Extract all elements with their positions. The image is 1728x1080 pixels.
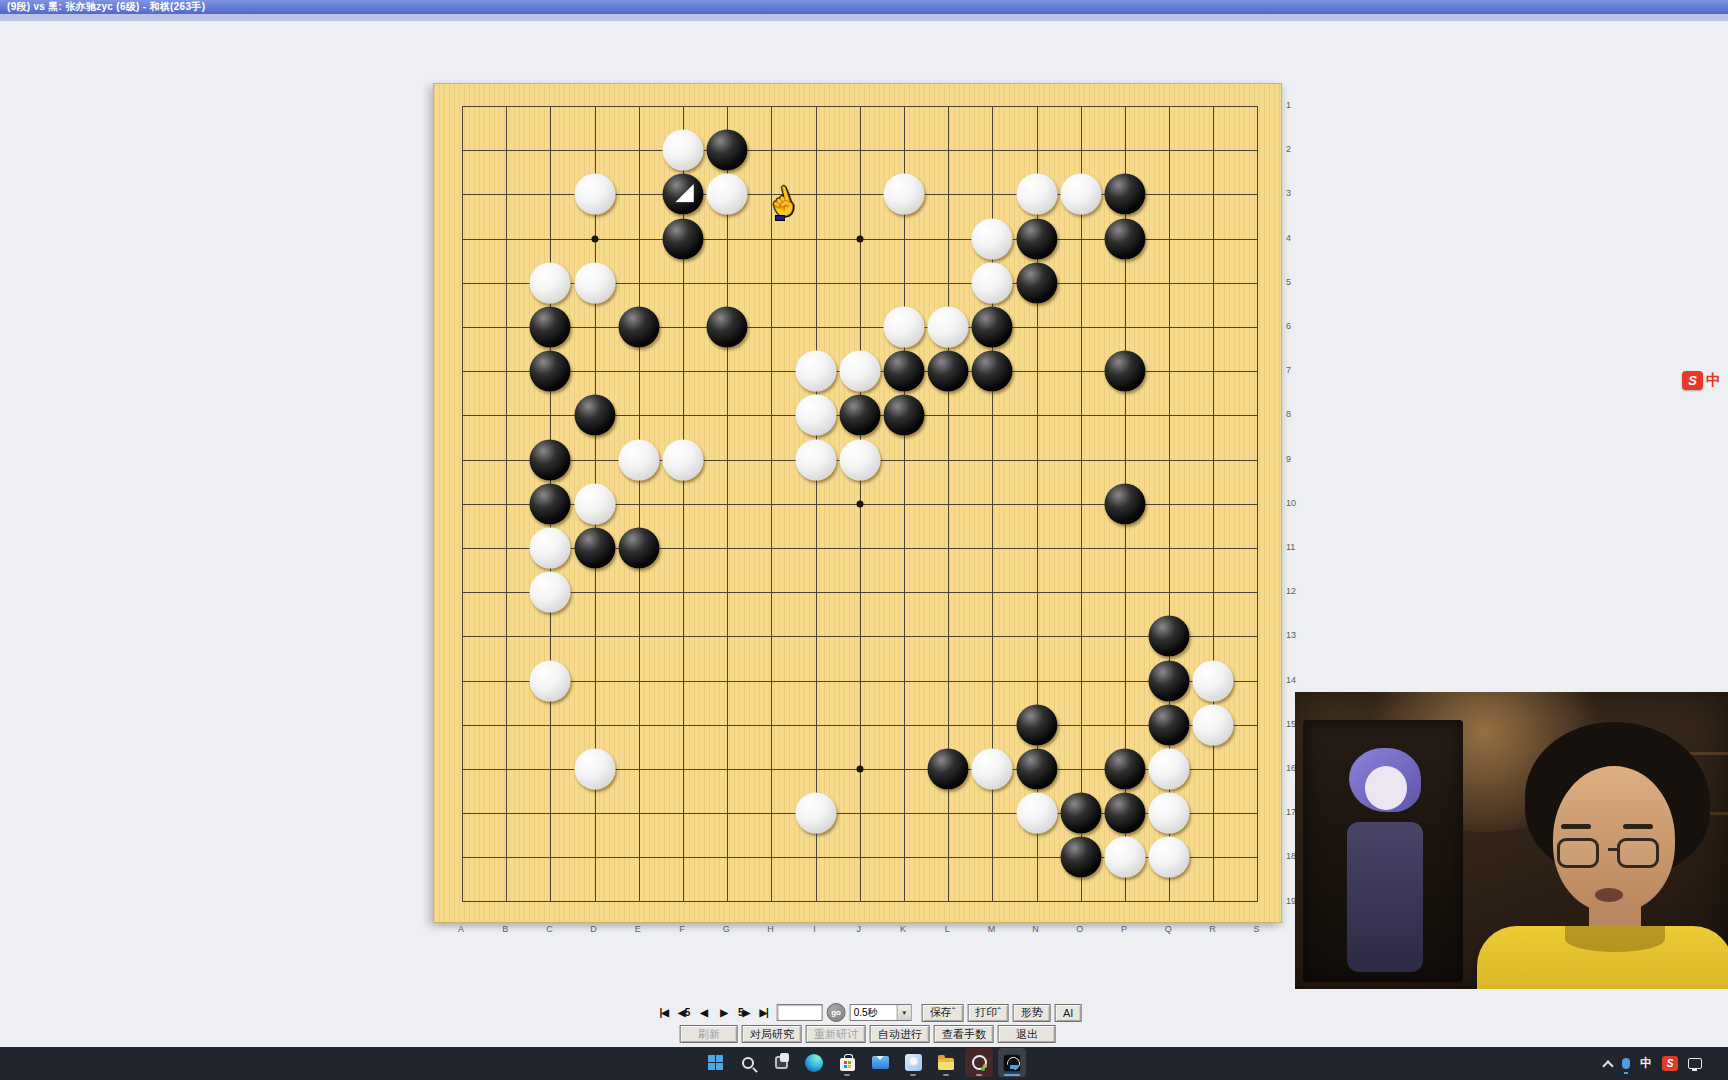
taskbar-icon-search[interactable] (734, 1048, 762, 1077)
row-label-13: 13 (1286, 630, 1304, 641)
redapp-icon (972, 1055, 987, 1070)
black-stone-P10[interactable] (1105, 483, 1146, 524)
black-stone-G2[interactable] (707, 130, 748, 171)
white-stone-Q16[interactable] (1149, 749, 1190, 790)
button-退出[interactable]: 退出 (998, 1025, 1056, 1043)
column-label-Q: Q (1160, 924, 1176, 935)
black-stone-Q14[interactable] (1149, 660, 1190, 701)
glasses-bridge (1608, 848, 1620, 851)
taskbar-icon-folder[interactable] (932, 1048, 960, 1077)
row-label-8: 8 (1286, 409, 1304, 420)
button-AI[interactable]: AI (1055, 1004, 1081, 1022)
black-stone-M7[interactable] (972, 351, 1013, 392)
white-stone-I17[interactable] (795, 793, 836, 834)
tray-microphone[interactable] (1622, 1058, 1630, 1069)
row-label-14: 14 (1286, 675, 1304, 686)
edge-icon (805, 1054, 823, 1072)
streamer-mouth (1595, 888, 1623, 902)
white-stone-L6[interactable] (928, 307, 969, 348)
black-stone-N15[interactable] (1016, 704, 1057, 745)
black-stone-L7[interactable] (928, 351, 969, 392)
title-bar-lower-edge (0, 14, 1728, 21)
nav-button-1[interactable]: ◀5 (675, 1005, 693, 1021)
anime-figure-body (1347, 822, 1423, 972)
store-icon (840, 1058, 855, 1071)
screen: (9段) vs 黑: 张亦驰zyc (6级) - 和棋(263手) ABCDEF… (0, 0, 1728, 1080)
row-label-3: 3 (1286, 188, 1304, 199)
tray-ime-chinese[interactable]: 中 (1640, 1055, 1652, 1072)
running-indicator (976, 1074, 982, 1076)
black-stone-F4[interactable] (663, 218, 704, 259)
control-bar: |◀◀5◀▶5▶▶| go 0.5秒 ▼ 保存ˆ打印ˆ形势AI 刷新对局研究重新… (655, 1003, 1082, 1043)
column-label-M: M (983, 924, 999, 935)
column-label-I: I (807, 924, 823, 935)
white-stone-D3[interactable] (574, 174, 615, 215)
white-stone-J9[interactable] (839, 439, 880, 480)
white-stone-I9[interactable] (795, 439, 836, 480)
button-自动进行[interactable]: 自动进行 (870, 1025, 930, 1043)
button-打印ˆ[interactable]: 打印ˆ (967, 1004, 1009, 1022)
webcam-overlay (1295, 692, 1728, 989)
row-label-2: 2 (1286, 144, 1304, 155)
glasses-lens (1617, 838, 1659, 868)
white-stone-F9[interactable] (663, 439, 704, 480)
go-board-grid[interactable] (462, 106, 1258, 902)
taskbar-icon-redapp[interactable] (965, 1048, 993, 1077)
taskbar: 中S (0, 1047, 1728, 1080)
black-stone-J8[interactable] (839, 395, 880, 436)
tray-sogou[interactable]: S (1662, 1056, 1678, 1071)
button-刷新[interactable]: 刷新 (680, 1025, 738, 1043)
white-stone-P18[interactable] (1105, 837, 1146, 878)
tray-cast-monitor[interactable] (1688, 1058, 1702, 1069)
white-stone-K3[interactable] (884, 174, 925, 215)
white-stone-F2[interactable] (663, 130, 704, 171)
row-label-1: 1 (1286, 100, 1304, 111)
running-indicator (1004, 1074, 1020, 1076)
star-point (856, 235, 863, 242)
taskbar-icon-mail[interactable] (866, 1048, 894, 1077)
black-stone-P16[interactable] (1105, 749, 1146, 790)
column-label-A: A (453, 924, 469, 935)
black-stone-F3[interactable] (663, 174, 704, 215)
running-indicator (943, 1074, 949, 1076)
black-stone-D8[interactable] (574, 395, 615, 436)
black-stone-E6[interactable] (618, 307, 659, 348)
sogou-logo-icon[interactable]: S (1682, 371, 1703, 390)
white-stone-G3[interactable] (707, 174, 748, 215)
row-label-11: 11 (1286, 542, 1304, 553)
black-stone-K7[interactable] (884, 351, 925, 392)
white-stone-C5[interactable] (530, 262, 571, 303)
star-point (856, 766, 863, 773)
black-stone-C7[interactable] (530, 351, 571, 392)
column-label-J: J (851, 924, 867, 935)
button-保存ˆ[interactable]: 保存ˆ (922, 1004, 964, 1022)
black-stone-O17[interactable] (1060, 793, 1101, 834)
window-title: (9段) vs 黑: 张亦驰zyc (6级) - 和棋(263手) (0, 0, 205, 14)
nav-button-5[interactable]: ▶| (755, 1005, 773, 1021)
white-stone-M16[interactable] (972, 749, 1013, 790)
white-stone-Q17[interactable] (1149, 793, 1190, 834)
white-stone-K6[interactable] (884, 307, 925, 348)
streamer-eyebrow (1623, 824, 1653, 829)
control-row-1: |◀◀5◀▶5▶▶| go 0.5秒 ▼ 保存ˆ打印ˆ形势AI (655, 1003, 1082, 1022)
sogou-ime-badge[interactable]: S 中 (1682, 371, 1721, 390)
black-stone-D11[interactable] (574, 528, 615, 569)
go-board[interactable] (433, 83, 1282, 923)
row-label-7: 7 (1286, 365, 1304, 376)
last-move-marker (674, 182, 696, 204)
taskview-icon (775, 1056, 788, 1069)
white-stone-C12[interactable] (530, 572, 571, 613)
button-形势[interactable]: 形势 (1013, 1004, 1051, 1022)
go-button[interactable]: go (827, 1003, 846, 1022)
start-icon (708, 1055, 723, 1070)
delay-select-value: 0.5秒 (851, 1006, 897, 1020)
white-stone-N17[interactable] (1016, 793, 1057, 834)
black-stone-C10[interactable] (530, 483, 571, 524)
window-title-bar[interactable]: (9段) vs 黑: 张亦驰zyc (6级) - 和棋(263手) (0, 0, 1728, 14)
column-label-E: E (630, 924, 646, 935)
control-row-2: 刷新对局研究重新研讨自动进行查看手数退出 (680, 1025, 1056, 1043)
anime-icon (905, 1054, 922, 1071)
running-indicator (844, 1074, 850, 1076)
goapp-icon (1003, 1054, 1021, 1072)
white-stone-J7[interactable] (839, 351, 880, 392)
black-stone-K8[interactable] (884, 395, 925, 436)
black-stone-P17[interactable] (1105, 793, 1146, 834)
star-point (856, 500, 863, 507)
column-label-G: G (718, 924, 734, 935)
black-stone-Q13[interactable] (1149, 616, 1190, 657)
taskbar-icon-start[interactable] (701, 1048, 729, 1077)
white-stone-I8[interactable] (795, 395, 836, 436)
anime-figure-face (1365, 766, 1407, 810)
white-stone-D5[interactable] (574, 262, 615, 303)
button-对局研究[interactable]: 对局研究 (742, 1025, 802, 1043)
button-重新研讨[interactable]: 重新研讨 (806, 1025, 866, 1043)
taskbar-center-icons (701, 1048, 1026, 1077)
button-查看手数[interactable]: 查看手数 (934, 1025, 994, 1043)
nav-button-2[interactable]: ◀ (695, 1005, 713, 1021)
delay-select[interactable]: 0.5秒 ▼ (850, 1004, 912, 1021)
black-stone-N4[interactable] (1016, 218, 1057, 259)
nav-button-4[interactable]: 5▶ (735, 1005, 753, 1021)
black-stone-P3[interactable] (1105, 174, 1146, 215)
white-stone-M4[interactable] (972, 218, 1013, 259)
black-stone-C6[interactable] (530, 307, 571, 348)
row-label-4: 4 (1286, 233, 1304, 244)
black-stone-O18[interactable] (1060, 837, 1101, 878)
white-stone-D16[interactable] (574, 749, 615, 790)
taskbar-system-tray: 中S (1604, 1047, 1702, 1080)
webcam-side-monitor (1303, 720, 1463, 982)
column-label-K: K (895, 924, 911, 935)
white-stone-C14[interactable] (530, 660, 571, 701)
black-stone-M6[interactable] (972, 307, 1013, 348)
column-label-N: N (1028, 924, 1044, 935)
white-stone-M5[interactable] (972, 262, 1013, 303)
taskbar-icon-anime[interactable] (899, 1048, 927, 1077)
taskbar-icon-edge[interactable] (800, 1048, 828, 1077)
column-label-F: F (674, 924, 690, 935)
taskbar-icon-store[interactable] (833, 1048, 861, 1077)
streamer-eyebrow (1561, 824, 1591, 829)
white-stone-O3[interactable] (1060, 174, 1101, 215)
column-label-L: L (939, 924, 955, 935)
column-label-P: P (1116, 924, 1132, 935)
white-stone-R14[interactable] (1193, 660, 1234, 701)
column-label-O: O (1072, 924, 1088, 935)
black-stone-P7[interactable] (1105, 351, 1146, 392)
black-stone-N16[interactable] (1016, 749, 1057, 790)
taskbar-icon-taskview[interactable] (767, 1048, 795, 1077)
white-stone-I7[interactable] (795, 351, 836, 392)
column-label-D: D (586, 924, 602, 935)
black-stone-P4[interactable] (1105, 218, 1146, 259)
glasses-lens (1557, 838, 1599, 868)
running-indicator (910, 1074, 916, 1076)
ime-chinese-indicator: 中 (1706, 371, 1721, 390)
row-label-10: 10 (1286, 498, 1304, 509)
white-stone-E9[interactable] (618, 439, 659, 480)
white-stone-Q18[interactable] (1149, 837, 1190, 878)
black-stone-C9[interactable] (530, 439, 571, 480)
black-stone-L16[interactable] (928, 749, 969, 790)
white-stone-D10[interactable] (574, 483, 615, 524)
black-stone-G6[interactable] (707, 307, 748, 348)
column-label-S: S (1249, 924, 1265, 935)
white-stone-C11[interactable] (530, 528, 571, 569)
column-label-C: C (541, 924, 557, 935)
search-icon (742, 1057, 754, 1069)
black-stone-Q15[interactable] (1149, 704, 1190, 745)
chevron-down-icon[interactable]: ▼ (897, 1005, 911, 1020)
row-label-6: 6 (1286, 321, 1304, 332)
white-stone-R15[interactable] (1193, 704, 1234, 745)
black-stone-E11[interactable] (618, 528, 659, 569)
move-number-input[interactable] (777, 1004, 823, 1021)
nav-button-0[interactable]: |◀ (655, 1005, 673, 1021)
white-stone-N3[interactable] (1016, 174, 1057, 215)
star-point (591, 235, 598, 242)
black-stone-N5[interactable] (1016, 262, 1057, 303)
row-label-12: 12 (1286, 586, 1304, 597)
row-label-5: 5 (1286, 277, 1304, 288)
hoodie-collar-shadow (1565, 926, 1665, 952)
taskbar-icon-goapp[interactable] (998, 1048, 1026, 1077)
nav-button-3[interactable]: ▶ (715, 1005, 733, 1021)
column-label-R: R (1204, 924, 1220, 935)
mail-icon (872, 1056, 889, 1069)
column-label-H: H (762, 924, 778, 935)
row-label-9: 9 (1286, 454, 1304, 465)
folder-icon (938, 1058, 954, 1070)
column-label-B: B (497, 924, 513, 935)
tray-hidden-icons-chevron[interactable] (1602, 1060, 1613, 1071)
